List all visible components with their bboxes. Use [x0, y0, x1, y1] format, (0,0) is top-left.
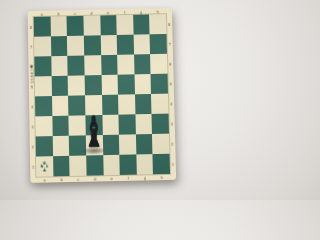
square-g1[interactable]: [136, 154, 153, 175]
brand-mark: ♚CHESS: [29, 64, 34, 84]
rank-label-4: 4: [168, 93, 174, 113]
black-bishop[interactable]: ♝: [83, 112, 105, 152]
square-b5[interactable]: [51, 76, 68, 96]
rank-label-2: 2: [169, 134, 175, 154]
file-label-d: d: [86, 176, 103, 181]
square-a4[interactable]: [35, 96, 52, 116]
square-b3[interactable]: [52, 116, 69, 136]
square-b8[interactable]: [50, 16, 67, 36]
square-g5[interactable]: [134, 74, 151, 94]
file-label-c: c: [67, 10, 84, 15]
square-d8[interactable]: [83, 16, 100, 36]
rank-label-6: 6: [167, 54, 172, 74]
file-label-d: d: [83, 10, 100, 15]
square-c7[interactable]: [67, 36, 84, 56]
brand-text: CHESS: [29, 69, 33, 84]
square-h8[interactable]: [149, 14, 166, 34]
file-label-g: g: [133, 9, 150, 14]
square-g8[interactable]: [133, 15, 150, 35]
file-label-f: f: [120, 175, 137, 180]
square-b6[interactable]: [51, 56, 68, 76]
square-c5[interactable]: [68, 75, 85, 95]
square-g4[interactable]: [135, 94, 152, 114]
square-h2[interactable]: [152, 134, 169, 154]
file-label-h: h: [149, 9, 166, 14]
rank-label-1: 1: [30, 157, 35, 177]
square-a1[interactable]: ♚♞♝♟: [36, 156, 53, 177]
pieces-diamond-logo: ♚♞♝♟: [36, 156, 53, 177]
square-a2[interactable]: [36, 136, 53, 156]
square-f1[interactable]: [119, 154, 136, 175]
chess-board: abcdefgh abcdefgh 87654321 87654321 ♚CHE…: [28, 8, 177, 183]
rank-label-7: 7: [167, 34, 172, 54]
square-b7[interactable]: [51, 36, 68, 56]
square-f2[interactable]: [119, 134, 136, 154]
square-d5[interactable]: [84, 75, 101, 95]
square-d2[interactable]: ♝: [86, 135, 103, 155]
file-label-a: a: [36, 177, 53, 182]
square-a5[interactable]: [35, 76, 52, 96]
square-g3[interactable]: [135, 114, 152, 134]
rank-label-3: 3: [30, 116, 35, 136]
rank-label-8: 8: [166, 14, 171, 34]
square-c6[interactable]: [68, 56, 85, 76]
rank-label-2: 2: [30, 136, 35, 156]
square-f3[interactable]: [119, 114, 136, 134]
square-f7[interactable]: [117, 35, 134, 55]
square-e7[interactable]: [100, 35, 117, 55]
square-h5[interactable]: [151, 74, 168, 94]
square-e6[interactable]: [101, 55, 118, 75]
square-h4[interactable]: [151, 94, 168, 114]
square-c1[interactable]: [69, 155, 86, 176]
square-e8[interactable]: [100, 15, 117, 35]
file-label-f: f: [116, 9, 133, 14]
square-g7[interactable]: [133, 34, 150, 54]
square-b1[interactable]: [53, 156, 70, 177]
square-d6[interactable]: [84, 55, 101, 75]
square-a8[interactable]: [34, 17, 51, 37]
square-b4[interactable]: [52, 96, 69, 116]
square-a3[interactable]: [35, 116, 52, 136]
square-h3[interactable]: [152, 114, 169, 134]
square-e3[interactable]: [102, 115, 119, 135]
square-f4[interactable]: [118, 94, 135, 114]
file-label-b: b: [50, 11, 67, 16]
square-g6[interactable]: [134, 54, 151, 74]
rank-label-4: 4: [30, 96, 35, 116]
square-e5[interactable]: [101, 75, 118, 95]
rank-label-3: 3: [169, 113, 175, 133]
file-label-c: c: [70, 176, 87, 181]
file-label-a: a: [34, 11, 51, 16]
square-g2[interactable]: [136, 134, 153, 154]
square-d1[interactable]: [86, 155, 103, 176]
square-e1[interactable]: [103, 155, 120, 176]
file-label-b: b: [53, 177, 70, 182]
square-a6[interactable]: [34, 56, 51, 76]
square-a7[interactable]: [34, 36, 51, 56]
board-grid: ♝♚♞♝♟: [34, 14, 170, 177]
square-h1[interactable]: [153, 154, 170, 174]
square-f5[interactable]: [118, 74, 135, 94]
rank-label-8: 8: [28, 17, 33, 37]
square-b2[interactable]: [52, 136, 69, 156]
square-f8[interactable]: [116, 15, 133, 35]
file-label-g: g: [137, 175, 154, 180]
square-e4[interactable]: [102, 95, 119, 115]
square-h7[interactable]: [150, 34, 167, 54]
rank-label-5: 5: [168, 74, 174, 94]
square-f6[interactable]: [117, 54, 134, 74]
rank-label-1: 1: [170, 154, 176, 174]
square-d7[interactable]: [84, 35, 101, 55]
file-label-e: e: [100, 10, 117, 15]
rank-label-7: 7: [29, 37, 34, 57]
square-h6[interactable]: [150, 54, 167, 74]
square-c8[interactable]: [67, 16, 84, 36]
file-label-e: e: [103, 175, 120, 180]
file-label-h: h: [153, 174, 170, 179]
